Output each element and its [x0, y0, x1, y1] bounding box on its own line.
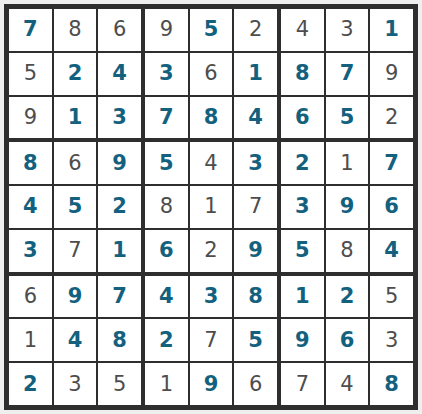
cell-r8c9[interactable]: 3 — [370, 319, 413, 361]
cell-r8c3[interactable]: 8 — [98, 319, 141, 361]
cell-r2c3[interactable]: 4 — [98, 53, 141, 95]
cell-r1c3[interactable]: 6 — [98, 9, 141, 51]
cell-r1c1[interactable]: 7 — [9, 9, 52, 51]
cell-r8c6[interactable]: 5 — [234, 319, 277, 361]
cell-r2c2[interactable]: 2 — [54, 53, 97, 95]
cell-r1c7[interactable]: 4 — [281, 9, 324, 51]
cell-r6c5[interactable]: 2 — [190, 230, 233, 272]
cell-r2c9[interactable]: 9 — [370, 53, 413, 95]
cell-r3c7[interactable]: 6 — [281, 97, 324, 139]
cell-r1c2[interactable]: 8 — [54, 9, 97, 51]
cell-r7c1[interactable]: 6 — [9, 276, 52, 318]
cell-r6c6[interactable]: 9 — [234, 230, 277, 272]
cell-r7c2[interactable]: 9 — [54, 276, 97, 318]
cell-r9c3[interactable]: 5 — [98, 363, 141, 405]
cell-r4c1[interactable]: 8 — [9, 142, 52, 184]
cell-r8c7[interactable]: 9 — [281, 319, 324, 361]
cell-r2c4[interactable]: 3 — [145, 53, 188, 95]
cell-r9c9[interactable]: 8 — [370, 363, 413, 405]
cell-r8c5[interactable]: 7 — [190, 319, 233, 361]
cell-r3c9[interactable]: 2 — [370, 97, 413, 139]
cell-r5c1[interactable]: 4 — [9, 186, 52, 228]
cell-r5c3[interactable]: 2 — [98, 186, 141, 228]
box-9: 125963748 — [281, 276, 413, 405]
cell-r8c4[interactable]: 2 — [145, 319, 188, 361]
cell-r9c4[interactable]: 1 — [145, 363, 188, 405]
cell-r3c2[interactable]: 1 — [54, 97, 97, 139]
box-4: 869452371 — [9, 142, 141, 271]
cell-r3c8[interactable]: 5 — [326, 97, 369, 139]
box-3: 431879652 — [281, 9, 413, 138]
cell-r2c1[interactable]: 5 — [9, 53, 52, 95]
cell-r9c2[interactable]: 3 — [54, 363, 97, 405]
cell-r5c7[interactable]: 3 — [281, 186, 324, 228]
cell-r5c6[interactable]: 7 — [234, 186, 277, 228]
cell-r7c9[interactable]: 5 — [370, 276, 413, 318]
cell-r8c1[interactable]: 1 — [9, 319, 52, 361]
cell-r5c4[interactable]: 8 — [145, 186, 188, 228]
cell-r1c5[interactable]: 5 — [190, 9, 233, 51]
cell-r4c4[interactable]: 5 — [145, 142, 188, 184]
cell-r4c9[interactable]: 7 — [370, 142, 413, 184]
cell-r1c9[interactable]: 1 — [370, 9, 413, 51]
cell-r7c3[interactable]: 7 — [98, 276, 141, 318]
box-2: 952361784 — [145, 9, 277, 138]
box-8: 438275196 — [145, 276, 277, 405]
cell-r6c8[interactable]: 8 — [326, 230, 369, 272]
cell-r3c5[interactable]: 8 — [190, 97, 233, 139]
cell-r5c5[interactable]: 1 — [190, 186, 233, 228]
cell-r5c2[interactable]: 5 — [54, 186, 97, 228]
cell-r6c1[interactable]: 3 — [9, 230, 52, 272]
cell-r6c4[interactable]: 6 — [145, 230, 188, 272]
cell-r3c3[interactable]: 3 — [98, 97, 141, 139]
cell-r9c6[interactable]: 6 — [234, 363, 277, 405]
cell-r6c9[interactable]: 4 — [370, 230, 413, 272]
cell-r1c8[interactable]: 3 — [326, 9, 369, 51]
cell-r4c6[interactable]: 3 — [234, 142, 277, 184]
cell-r7c6[interactable]: 8 — [234, 276, 277, 318]
box-6: 217396584 — [281, 142, 413, 271]
cell-r1c6[interactable]: 2 — [234, 9, 277, 51]
cell-r9c1[interactable]: 2 — [9, 363, 52, 405]
cell-r1c4[interactable]: 9 — [145, 9, 188, 51]
cell-r9c8[interactable]: 4 — [326, 363, 369, 405]
box-1: 786524913 — [9, 9, 141, 138]
cell-r9c5[interactable]: 9 — [190, 363, 233, 405]
cell-r8c8[interactable]: 6 — [326, 319, 369, 361]
cell-r7c4[interactable]: 4 — [145, 276, 188, 318]
cell-r2c8[interactable]: 7 — [326, 53, 369, 95]
cell-r6c3[interactable]: 1 — [98, 230, 141, 272]
cell-r8c2[interactable]: 4 — [54, 319, 97, 361]
cell-r7c7[interactable]: 1 — [281, 276, 324, 318]
box-7: 697148235 — [9, 276, 141, 405]
cell-r5c8[interactable]: 9 — [326, 186, 369, 228]
box-5: 543817629 — [145, 142, 277, 271]
cell-r7c5[interactable]: 3 — [190, 276, 233, 318]
cell-r5c9[interactable]: 6 — [370, 186, 413, 228]
cell-r2c7[interactable]: 8 — [281, 53, 324, 95]
sudoku-board: 786524913 952361784 431879652 869452371 … — [4, 4, 418, 410]
cell-r6c7[interactable]: 5 — [281, 230, 324, 272]
cell-r4c2[interactable]: 6 — [54, 142, 97, 184]
cell-r3c1[interactable]: 9 — [9, 97, 52, 139]
cell-r4c3[interactable]: 9 — [98, 142, 141, 184]
cell-r9c7[interactable]: 7 — [281, 363, 324, 405]
cell-r4c5[interactable]: 4 — [190, 142, 233, 184]
cell-r3c6[interactable]: 4 — [234, 97, 277, 139]
cell-r4c7[interactable]: 2 — [281, 142, 324, 184]
cell-r3c4[interactable]: 7 — [145, 97, 188, 139]
cell-r4c8[interactable]: 1 — [326, 142, 369, 184]
cell-r6c2[interactable]: 7 — [54, 230, 97, 272]
cell-r7c8[interactable]: 2 — [326, 276, 369, 318]
cell-r2c5[interactable]: 6 — [190, 53, 233, 95]
cell-r2c6[interactable]: 1 — [234, 53, 277, 95]
